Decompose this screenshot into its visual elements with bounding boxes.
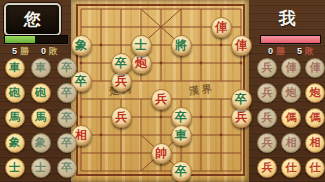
board-piece[interactable]: 象	[71, 35, 92, 56]
tray-piece: 車	[31, 58, 51, 78]
left-player-name: 您	[24, 8, 41, 31]
tray-piece: 卒	[57, 108, 77, 128]
xiangqi-game: 您 5勝0敗 我 0勝5敗	[0, 0, 325, 182]
tray-piece: 相	[305, 133, 325, 153]
tray-piece: 卒	[57, 158, 77, 178]
board[interactable]: 楚河 漢界 俥俥炮兵兵兵兵相帥象士將卒卒卒卒車卒	[71, 0, 249, 182]
tray-piece: 兵	[257, 158, 277, 178]
tray-piece: 卒	[57, 83, 77, 103]
board-piece[interactable]: 兵	[231, 107, 252, 128]
tray-piece: 卒	[57, 58, 77, 78]
board-piece[interactable]: 卒	[171, 161, 192, 182]
board-piece[interactable]: 兵	[111, 107, 132, 128]
left-player-name-box: 您	[4, 3, 61, 36]
tray-piece: 俥	[305, 58, 325, 78]
tray-piece: 兵	[257, 58, 277, 78]
tray-piece: 傌	[305, 108, 325, 128]
piece-layer: 俥俥炮兵兵兵兵相帥象士將卒卒卒卒車卒	[71, 0, 251, 180]
tray-piece: 仕	[281, 158, 301, 178]
board-piece[interactable]: 帥	[151, 143, 172, 164]
tray-piece: 仕	[305, 158, 325, 178]
left-player-health-bar	[4, 35, 68, 44]
right-captured-tray: 兵俥俥兵炮炮兵傌傌兵相相兵仕仕	[255, 55, 325, 180]
tray-piece: 兵	[257, 108, 277, 128]
tray-piece: 士	[5, 158, 25, 178]
tray-piece: 俥	[281, 58, 301, 78]
tray-piece: 炮	[281, 83, 301, 103]
board-piece[interactable]: 兵	[111, 71, 132, 92]
left-player-health-fill	[5, 36, 35, 43]
board-piece[interactable]: 將	[171, 35, 192, 56]
tray-piece: 象	[31, 133, 51, 153]
tray-piece: 傌	[281, 108, 301, 128]
tray-piece: 馬	[31, 108, 51, 128]
tray-piece: 馬	[5, 108, 25, 128]
right-player-name: 我	[279, 7, 296, 30]
tray-piece: 砲	[5, 83, 25, 103]
tray-piece: 砲	[31, 83, 51, 103]
tray-piece: 卒	[57, 133, 77, 153]
board-piece[interactable]: 士	[131, 35, 152, 56]
board-piece[interactable]: 炮	[131, 53, 152, 74]
board-piece[interactable]: 車	[171, 125, 192, 146]
tray-piece: 象	[5, 133, 25, 153]
board-piece[interactable]: 兵	[151, 89, 172, 110]
right-player-name-box: 我	[252, 5, 322, 31]
left-captured-tray: 車車卒砲砲卒馬馬卒象象卒士士卒	[2, 55, 78, 180]
board-piece[interactable]: 卒	[231, 89, 252, 110]
board-piece[interactable]: 俥	[231, 35, 252, 56]
tray-piece: 車	[5, 58, 25, 78]
tray-piece: 兵	[257, 83, 277, 103]
tray-piece: 兵	[257, 133, 277, 153]
tray-piece: 炮	[305, 83, 325, 103]
right-player-health-fill	[261, 36, 320, 43]
board-piece[interactable]: 俥	[211, 17, 232, 38]
right-player-health-bar	[260, 35, 321, 44]
tray-piece: 相	[281, 133, 301, 153]
tray-piece: 士	[31, 158, 51, 178]
board-piece[interactable]: 卒	[111, 53, 132, 74]
